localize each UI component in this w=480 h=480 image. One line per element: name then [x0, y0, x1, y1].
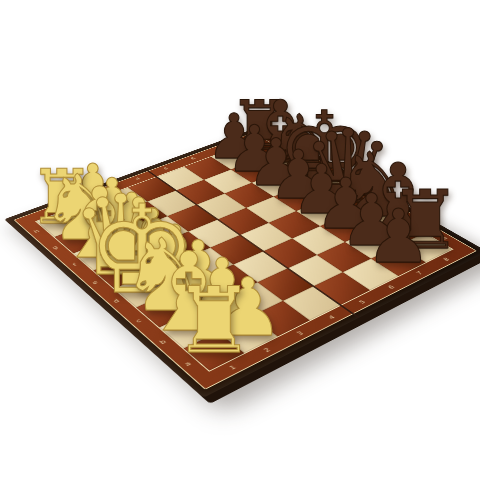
- board-squares: [35, 137, 453, 371]
- photo-background: 12345678 12345678 hgfedcba hgfedcba ♜♝♞♛…: [0, 0, 480, 480]
- board-frame: 12345678 12345678 hgfedcba hgfedcba: [4, 125, 480, 398]
- chess-board: 12345678 12345678 hgfedcba hgfedcba: [4, 125, 480, 398]
